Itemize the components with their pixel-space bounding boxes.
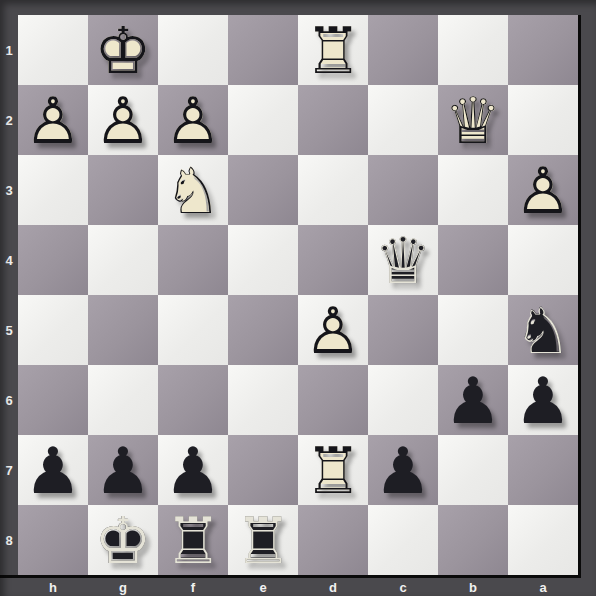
piece-black-P-a6[interactable]: ♟ xyxy=(508,365,578,435)
file-label-a: a xyxy=(508,578,578,596)
black-P-fill-glyph: ♟ xyxy=(88,435,158,505)
square-h3[interactable] xyxy=(18,155,88,225)
square-g2[interactable]: ♟♙ xyxy=(88,85,158,155)
square-e2[interactable] xyxy=(228,85,298,155)
square-g3[interactable] xyxy=(88,155,158,225)
square-f1[interactable] xyxy=(158,15,228,85)
square-a3[interactable]: ♟♙ xyxy=(508,155,578,225)
piece-white-K-g1[interactable]: ♚♔ xyxy=(88,15,158,85)
piece-white-P-d5[interactable]: ♟♙ xyxy=(298,295,368,365)
piece-black-R-e8[interactable]: ♜♖ xyxy=(228,505,298,575)
file-label-f: f xyxy=(158,578,228,596)
square-f7[interactable]: ♟ xyxy=(158,435,228,505)
square-e4[interactable] xyxy=(228,225,298,295)
piece-black-N-a5[interactable]: ♞♘ xyxy=(508,295,578,365)
square-f6[interactable] xyxy=(158,365,228,435)
black-P-fill-glyph: ♟ xyxy=(438,365,508,435)
black-P-fill-glyph: ♟ xyxy=(18,435,88,505)
piece-black-P-c7[interactable]: ♟ xyxy=(368,435,438,505)
square-f8[interactable]: ♜♖ xyxy=(158,505,228,575)
square-c3[interactable] xyxy=(368,155,438,225)
piece-black-K-g8[interactable]: ♚♔ xyxy=(88,505,158,575)
square-d5[interactable]: ♟♙ xyxy=(298,295,368,365)
square-b4[interactable] xyxy=(438,225,508,295)
piece-white-N-f3[interactable]: ♞♘ xyxy=(158,155,228,225)
square-a2[interactable] xyxy=(508,85,578,155)
piece-white-P-h2[interactable]: ♟♙ xyxy=(18,85,88,155)
file-label-b: b xyxy=(438,578,508,596)
square-b6[interactable]: ♟ xyxy=(438,365,508,435)
white-P-outline-glyph: ♙ xyxy=(158,85,228,155)
rank-label-2: 2 xyxy=(0,85,18,155)
square-e6[interactable] xyxy=(228,365,298,435)
white-Q-outline-glyph: ♕ xyxy=(438,85,508,155)
rank-label-7: 7 xyxy=(0,435,18,505)
square-c4[interactable]: ♛♕ xyxy=(368,225,438,295)
square-b7[interactable] xyxy=(438,435,508,505)
square-g7[interactable]: ♟ xyxy=(88,435,158,505)
square-d3[interactable] xyxy=(298,155,368,225)
rank-label-4: 4 xyxy=(0,225,18,295)
square-e5[interactable] xyxy=(228,295,298,365)
piece-black-P-f7[interactable]: ♟ xyxy=(158,435,228,505)
piece-white-R-d1[interactable]: ♜♖ xyxy=(298,15,368,85)
rank-label-5: 5 xyxy=(0,295,18,365)
square-d1[interactable]: ♜♖ xyxy=(298,15,368,85)
square-b1[interactable] xyxy=(438,15,508,85)
chess-board-frame: ♚♔♜♖♟♙♟♙♟♙♛♕♞♘♟♙♛♕♟♙♞♘♟♟♟♟♟♜♖♟♚♔♜♖♜♖ 123… xyxy=(0,0,596,596)
white-R-outline-glyph: ♖ xyxy=(298,15,368,85)
board-edge-right xyxy=(578,15,581,578)
square-c6[interactable] xyxy=(368,365,438,435)
white-P-outline-glyph: ♙ xyxy=(18,85,88,155)
piece-black-P-b6[interactable]: ♟ xyxy=(438,365,508,435)
square-a8[interactable] xyxy=(508,505,578,575)
white-P-outline-glyph: ♙ xyxy=(88,85,158,155)
piece-white-Q-b2[interactable]: ♛♕ xyxy=(438,85,508,155)
square-g5[interactable] xyxy=(88,295,158,365)
square-a7[interactable] xyxy=(508,435,578,505)
square-h8[interactable] xyxy=(18,505,88,575)
black-Q-outline-glyph: ♕ xyxy=(368,225,438,295)
black-P-fill-glyph: ♟ xyxy=(368,435,438,505)
square-b3[interactable] xyxy=(438,155,508,225)
square-h2[interactable]: ♟♙ xyxy=(18,85,88,155)
square-f4[interactable] xyxy=(158,225,228,295)
square-g4[interactable] xyxy=(88,225,158,295)
piece-white-P-a3[interactable]: ♟♙ xyxy=(508,155,578,225)
piece-black-Q-c4[interactable]: ♛♕ xyxy=(368,225,438,295)
square-b2[interactable]: ♛♕ xyxy=(438,85,508,155)
black-R-outline-glyph: ♖ xyxy=(158,505,228,575)
piece-white-P-f2[interactable]: ♟♙ xyxy=(158,85,228,155)
white-K-outline-glyph: ♔ xyxy=(88,15,158,85)
square-h1[interactable] xyxy=(18,15,88,85)
piece-black-P-g7[interactable]: ♟ xyxy=(88,435,158,505)
square-a6[interactable]: ♟ xyxy=(508,365,578,435)
square-f2[interactable]: ♟♙ xyxy=(158,85,228,155)
square-e3[interactable] xyxy=(228,155,298,225)
square-a5[interactable]: ♞♘ xyxy=(508,295,578,365)
black-K-outline-glyph: ♔ xyxy=(88,505,158,575)
black-P-fill-glyph: ♟ xyxy=(508,365,578,435)
square-g8[interactable]: ♚♔ xyxy=(88,505,158,575)
square-e7[interactable] xyxy=(228,435,298,505)
black-R-outline-glyph: ♖ xyxy=(228,505,298,575)
square-h7[interactable]: ♟ xyxy=(18,435,88,505)
square-c1[interactable] xyxy=(368,15,438,85)
file-label-h: h xyxy=(18,578,88,596)
square-e8[interactable]: ♜♖ xyxy=(228,505,298,575)
square-e1[interactable] xyxy=(228,15,298,85)
square-h6[interactable] xyxy=(18,365,88,435)
square-d2[interactable] xyxy=(298,85,368,155)
square-d8[interactable] xyxy=(298,505,368,575)
square-g6[interactable] xyxy=(88,365,158,435)
piece-black-P-h7[interactable]: ♟ xyxy=(18,435,88,505)
piece-white-R-d7[interactable]: ♜♖ xyxy=(298,435,368,505)
square-f3[interactable]: ♞♘ xyxy=(158,155,228,225)
black-N-outline-glyph: ♘ xyxy=(508,295,578,365)
chess-board: ♚♔♜♖♟♙♟♙♟♙♛♕♞♘♟♙♛♕♟♙♞♘♟♟♟♟♟♜♖♟♚♔♜♖♜♖ xyxy=(18,15,578,575)
rank-label-3: 3 xyxy=(0,155,18,225)
square-f5[interactable] xyxy=(158,295,228,365)
white-P-outline-glyph: ♙ xyxy=(508,155,578,225)
piece-white-P-g2[interactable]: ♟♙ xyxy=(88,85,158,155)
rank-label-1: 1 xyxy=(0,15,18,85)
square-c2[interactable] xyxy=(368,85,438,155)
square-d4[interactable] xyxy=(298,225,368,295)
piece-black-R-f8[interactable]: ♜♖ xyxy=(158,505,228,575)
file-label-c: c xyxy=(368,578,438,596)
rank-label-6: 6 xyxy=(0,365,18,435)
white-N-outline-glyph: ♘ xyxy=(158,155,228,225)
square-a1[interactable] xyxy=(508,15,578,85)
square-d7[interactable]: ♜♖ xyxy=(298,435,368,505)
rank-label-8: 8 xyxy=(0,505,18,575)
square-c7[interactable]: ♟ xyxy=(368,435,438,505)
square-h5[interactable] xyxy=(18,295,88,365)
file-label-d: d xyxy=(298,578,368,596)
square-c8[interactable] xyxy=(368,505,438,575)
square-b5[interactable] xyxy=(438,295,508,365)
square-b8[interactable] xyxy=(438,505,508,575)
square-a4[interactable] xyxy=(508,225,578,295)
file-label-g: g xyxy=(88,578,158,596)
white-R-outline-glyph: ♖ xyxy=(298,435,368,505)
file-label-e: e xyxy=(228,578,298,596)
square-d6[interactable] xyxy=(298,365,368,435)
black-P-fill-glyph: ♟ xyxy=(158,435,228,505)
square-c5[interactable] xyxy=(368,295,438,365)
white-P-outline-glyph: ♙ xyxy=(298,295,368,365)
square-g1[interactable]: ♚♔ xyxy=(88,15,158,85)
square-h4[interactable] xyxy=(18,225,88,295)
